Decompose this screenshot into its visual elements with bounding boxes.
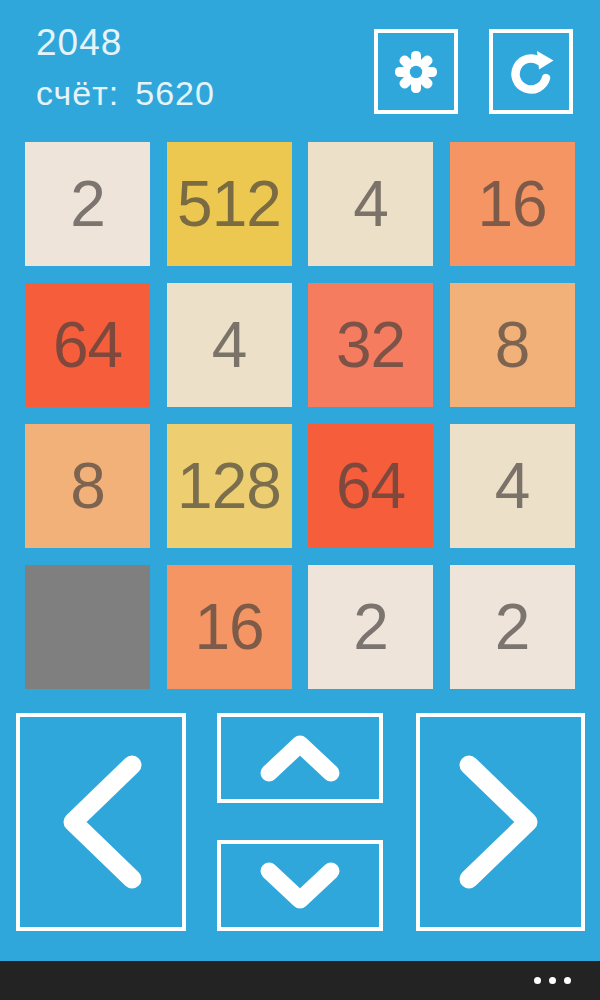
move-right-button[interactable] — [416, 713, 585, 931]
game-screen: 2048 счёт: 5620 — [0, 0, 600, 1000]
tile-2: 2 — [25, 142, 150, 266]
tile-4: 4 — [308, 142, 433, 266]
tile-2: 2 — [450, 565, 575, 689]
page-title: 2048 — [36, 22, 122, 64]
move-up-button[interactable] — [217, 713, 383, 803]
tile-8: 8 — [25, 424, 150, 548]
app-bar-menu-button[interactable] — [530, 973, 575, 988]
empty-cell — [25, 565, 150, 689]
refresh-icon — [508, 49, 554, 95]
tile-2: 2 — [308, 565, 433, 689]
tile-4: 4 — [167, 283, 292, 407]
gear-icon — [393, 49, 439, 95]
tile-16: 16 — [450, 142, 575, 266]
tile-64: 64 — [25, 283, 150, 407]
score-value: 5620 — [135, 74, 215, 113]
chevron-down-icon — [221, 844, 379, 927]
settings-button[interactable] — [374, 29, 458, 114]
app-bar — [0, 961, 600, 1000]
ellipsis-icon — [549, 977, 556, 984]
move-down-button[interactable] — [217, 840, 383, 931]
chevron-right-icon — [420, 717, 581, 927]
tile-512: 512 — [167, 142, 292, 266]
move-left-button[interactable] — [16, 713, 186, 931]
tile-4: 4 — [450, 424, 575, 548]
tile-32: 32 — [308, 283, 433, 407]
restart-button[interactable] — [489, 29, 573, 114]
tile-16: 16 — [167, 565, 292, 689]
tile-128: 128 — [167, 424, 292, 548]
board-grid[interactable]: 251241664432881286441622 — [25, 142, 575, 689]
score-line: счёт: 5620 — [36, 74, 215, 113]
score-label: счёт: — [36, 74, 119, 113]
tile-8: 8 — [450, 283, 575, 407]
tile-64: 64 — [308, 424, 433, 548]
chevron-left-icon — [20, 717, 182, 927]
ellipsis-icon — [564, 977, 571, 984]
ellipsis-icon — [534, 977, 541, 984]
chevron-up-icon — [221, 717, 379, 799]
